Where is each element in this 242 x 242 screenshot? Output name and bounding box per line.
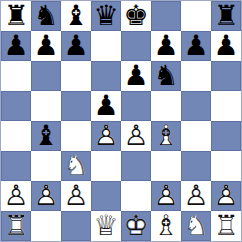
piece-fill-glyph: ♛	[91, 1, 121, 31]
white-queen[interactable]: ♛♕	[91, 211, 121, 241]
square-f4[interactable]: ♝♗	[151, 121, 181, 151]
square-a8[interactable]: ♜	[1, 1, 31, 31]
square-h2[interactable]: ♟♙	[211, 181, 241, 211]
black-bishop[interactable]: ♝	[61, 1, 91, 31]
piece-fill-glyph: ♟	[61, 31, 91, 61]
square-b7[interactable]: ♟	[31, 31, 61, 61]
piece-outline-glyph: ♙	[61, 181, 91, 211]
square-e5[interactable]	[121, 91, 151, 121]
black-pawn[interactable]: ♟	[61, 31, 91, 61]
piece-outline-glyph: ♖	[1, 211, 31, 241]
square-d4[interactable]: ♟♙	[91, 121, 121, 151]
square-h7[interactable]: ♟	[211, 31, 241, 61]
square-f5[interactable]	[151, 91, 181, 121]
square-g3[interactable]	[181, 151, 211, 181]
black-queen[interactable]: ♛	[91, 1, 121, 31]
black-pawn[interactable]: ♟	[31, 31, 61, 61]
square-c1[interactable]	[61, 211, 91, 241]
piece-outline-glyph: ♙	[91, 121, 121, 151]
piece-fill-glyph: ♟	[31, 31, 61, 61]
white-rook[interactable]: ♜♖	[211, 211, 241, 241]
piece-fill-glyph: ♟	[91, 91, 121, 121]
black-bishop[interactable]: ♝	[31, 121, 61, 151]
piece-outline-glyph: ♕	[91, 211, 121, 241]
piece-outline-glyph: ♘	[181, 211, 211, 241]
piece-outline-glyph: ♘	[61, 151, 91, 181]
white-bishop[interactable]: ♝♗	[151, 211, 181, 241]
square-h1[interactable]: ♜♖	[211, 211, 241, 241]
square-f1[interactable]: ♝♗	[151, 211, 181, 241]
square-g4[interactable]	[181, 121, 211, 151]
piece-fill-glyph: ♜	[211, 1, 241, 31]
square-c4[interactable]	[61, 121, 91, 151]
white-pawn[interactable]: ♟♙	[121, 121, 151, 151]
square-h3[interactable]	[211, 151, 241, 181]
square-a2[interactable]: ♟♙	[1, 181, 31, 211]
square-b3[interactable]	[31, 151, 61, 181]
square-b6[interactable]	[31, 61, 61, 91]
black-rook[interactable]: ♜	[211, 1, 241, 31]
piece-fill-glyph: ♝	[31, 121, 61, 151]
black-pawn[interactable]: ♟	[1, 31, 31, 61]
square-d6[interactable]	[91, 61, 121, 91]
white-pawn[interactable]: ♟♙	[151, 181, 181, 211]
square-d1[interactable]: ♛♕	[91, 211, 121, 241]
square-f7[interactable]: ♟	[151, 31, 181, 61]
piece-fill-glyph: ♟	[151, 31, 181, 61]
white-pawn[interactable]: ♟♙	[91, 121, 121, 151]
black-pawn[interactable]: ♟	[211, 31, 241, 61]
white-knight[interactable]: ♞♘	[181, 211, 211, 241]
square-e3[interactable]	[121, 151, 151, 181]
square-c5[interactable]	[61, 91, 91, 121]
square-e7[interactable]	[121, 31, 151, 61]
black-pawn[interactable]: ♟	[151, 31, 181, 61]
white-pawn[interactable]: ♟♙	[1, 181, 31, 211]
square-a6[interactable]	[1, 61, 31, 91]
piece-fill-glyph: ♞	[151, 61, 181, 91]
piece-outline-glyph: ♗	[151, 211, 181, 241]
square-b8[interactable]: ♞	[31, 1, 61, 31]
piece-outline-glyph: ♙	[151, 181, 181, 211]
square-g5[interactable]	[181, 91, 211, 121]
piece-fill-glyph: ♟	[121, 61, 151, 91]
square-a5[interactable]	[1, 91, 31, 121]
white-pawn[interactable]: ♟♙	[31, 181, 61, 211]
square-h4[interactable]	[211, 121, 241, 151]
piece-fill-glyph: ♞	[31, 1, 61, 31]
piece-fill-glyph: ♜	[1, 1, 31, 31]
piece-fill-glyph: ♟	[181, 31, 211, 61]
piece-fill-glyph: ♝	[61, 1, 91, 31]
square-h5[interactable]	[211, 91, 241, 121]
black-knight[interactable]: ♞	[151, 61, 181, 91]
square-h8[interactable]: ♜	[211, 1, 241, 31]
black-pawn[interactable]: ♟	[121, 61, 151, 91]
square-d8[interactable]: ♛	[91, 1, 121, 31]
white-pawn[interactable]: ♟♙	[61, 181, 91, 211]
square-g2[interactable]: ♟♙	[181, 181, 211, 211]
square-a4[interactable]	[1, 121, 31, 151]
square-h6[interactable]	[211, 61, 241, 91]
square-e8[interactable]: ♚	[121, 1, 151, 31]
square-d3[interactable]	[91, 151, 121, 181]
black-knight[interactable]: ♞	[31, 1, 61, 31]
square-d5[interactable]: ♟	[91, 91, 121, 121]
square-e1[interactable]: ♚♔	[121, 211, 151, 241]
square-g7[interactable]: ♟	[181, 31, 211, 61]
square-c8[interactable]: ♝	[61, 1, 91, 31]
square-f8[interactable]	[151, 1, 181, 31]
square-e4[interactable]: ♟♙	[121, 121, 151, 151]
square-g8[interactable]	[181, 1, 211, 31]
black-rook[interactable]: ♜	[1, 1, 31, 31]
piece-outline-glyph: ♔	[121, 211, 151, 241]
square-c3[interactable]: ♞♘	[61, 151, 91, 181]
piece-outline-glyph: ♙	[1, 181, 31, 211]
square-e6[interactable]: ♟	[121, 61, 151, 91]
white-bishop[interactable]: ♝♗	[151, 121, 181, 151]
white-king[interactable]: ♚♔	[121, 211, 151, 241]
square-c7[interactable]: ♟	[61, 31, 91, 61]
square-b4[interactable]: ♝	[31, 121, 61, 151]
white-pawn[interactable]: ♟♙	[181, 181, 211, 211]
square-g1[interactable]: ♞♘	[181, 211, 211, 241]
square-f2[interactable]: ♟♙	[151, 181, 181, 211]
square-f3[interactable]	[151, 151, 181, 181]
black-pawn[interactable]: ♟	[181, 31, 211, 61]
chess-board: ♜♞♝♛♚♜♟♟♟♟♟♟♟♞♟♝♟♙♟♙♝♗♞♘♟♙♟♙♟♙♟♙♟♙♟♙♜♖♛♕…	[0, 0, 242, 242]
white-knight[interactable]: ♞♘	[61, 151, 91, 181]
black-pawn[interactable]: ♟	[91, 91, 121, 121]
piece-outline-glyph: ♙	[31, 181, 61, 211]
square-c2[interactable]: ♟♙	[61, 181, 91, 211]
square-e2[interactable]	[121, 181, 151, 211]
square-d2[interactable]	[91, 181, 121, 211]
square-b5[interactable]	[31, 91, 61, 121]
square-a3[interactable]	[1, 151, 31, 181]
piece-outline-glyph: ♗	[151, 121, 181, 151]
piece-fill-glyph: ♟	[211, 31, 241, 61]
square-c6[interactable]	[61, 61, 91, 91]
piece-outline-glyph: ♙	[121, 121, 151, 151]
black-king[interactable]: ♚	[121, 1, 151, 31]
square-a1[interactable]: ♜♖	[1, 211, 31, 241]
square-b2[interactable]: ♟♙	[31, 181, 61, 211]
white-pawn[interactable]: ♟♙	[211, 181, 241, 211]
piece-outline-glyph: ♖	[211, 211, 241, 241]
piece-fill-glyph: ♚	[121, 1, 151, 31]
piece-fill-glyph: ♟	[1, 31, 31, 61]
piece-outline-glyph: ♙	[211, 181, 241, 211]
square-b1[interactable]	[31, 211, 61, 241]
square-d7[interactable]	[91, 31, 121, 61]
square-g6[interactable]	[181, 61, 211, 91]
white-rook[interactable]: ♜♖	[1, 211, 31, 241]
square-f6[interactable]: ♞	[151, 61, 181, 91]
square-a7[interactable]: ♟	[1, 31, 31, 61]
piece-outline-glyph: ♙	[181, 181, 211, 211]
